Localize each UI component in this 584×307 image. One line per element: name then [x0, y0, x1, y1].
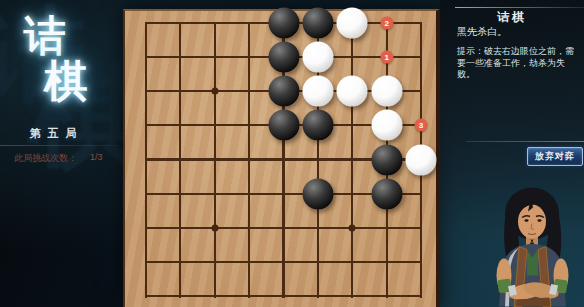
black-stone — [268, 42, 299, 73]
go-board[interactable]: 123 — [123, 9, 440, 307]
stones-layer: 123 — [145, 22, 422, 298]
info-panel-title: 诘棋 — [440, 9, 584, 26]
black-stone — [371, 178, 402, 209]
black-stone — [268, 110, 299, 141]
character-portrait — [481, 181, 584, 307]
calligraphy-bottom: 棋 — [44, 52, 88, 111]
white-stone — [337, 76, 368, 107]
white-stone — [302, 76, 333, 107]
white-stone — [371, 110, 402, 141]
attempts-counter: 此局挑战次数： 1/3 — [14, 152, 103, 165]
black-stone — [371, 144, 402, 175]
forfeit-button[interactable]: 放弃对弈 — [527, 147, 583, 166]
attempts-value: 1/3 — [90, 152, 103, 165]
move-marker: 3 — [415, 119, 428, 132]
white-stone — [337, 8, 368, 39]
attempts-label: 此局挑战次数： — [14, 152, 77, 165]
star-point — [211, 224, 218, 231]
puzzle-hint: 提示：破去右边眼位之前，需要一些准备工作，劫杀为失败。 — [457, 46, 581, 81]
puzzle-calligraphy: 诘 棋 诘 棋 — [0, 0, 123, 125]
white-stone — [406, 144, 437, 175]
left-panel-divider — [0, 145, 122, 146]
star-point — [211, 88, 218, 95]
white-stone — [371, 76, 402, 107]
info-bottom-divider — [466, 141, 584, 142]
info-top-divider — [455, 7, 584, 8]
white-stone — [302, 42, 333, 73]
star-point — [349, 224, 356, 231]
round-label: 第五局 — [0, 126, 106, 141]
black-stone — [268, 76, 299, 107]
move-marker: 2 — [380, 17, 393, 30]
black-stone — [302, 110, 333, 141]
black-stone — [302, 178, 333, 209]
black-stone — [268, 8, 299, 39]
puzzle-objective: 黑先杀白。 — [457, 25, 507, 39]
black-stone — [302, 8, 333, 39]
move-marker: 1 — [380, 51, 393, 64]
game-screen: 诘 棋 诘 棋 第五局 此局挑战次数： 1/3 123 诘棋 黑先杀白。 提示：… — [0, 0, 584, 307]
